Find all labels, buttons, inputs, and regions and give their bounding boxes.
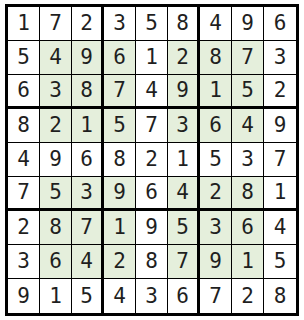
cell-r5c6[interactable]: 1 (168, 143, 200, 177)
cell-r9c6[interactable]: 6 (168, 279, 200, 313)
cell-r7c9[interactable]: 4 (264, 211, 296, 245)
cell-r5c7[interactable]: 5 (200, 143, 232, 177)
cell-r2c3[interactable]: 9 (72, 41, 104, 75)
cell-r4c4[interactable]: 5 (104, 109, 136, 143)
cell-r2c5[interactable]: 1 (136, 41, 168, 75)
cell-r3c1[interactable]: 6 (8, 75, 40, 109)
cell-r8c2[interactable]: 6 (40, 245, 72, 279)
cell-r5c4[interactable]: 8 (104, 143, 136, 177)
cell-r9c3[interactable]: 5 (72, 279, 104, 313)
cell-r5c3[interactable]: 6 (72, 143, 104, 177)
cell-r8c3[interactable]: 4 (72, 245, 104, 279)
cell-r4c3[interactable]: 1 (72, 109, 104, 143)
cell-r9c2[interactable]: 1 (40, 279, 72, 313)
cell-r4c8[interactable]: 4 (232, 109, 264, 143)
cell-r7c6[interactable]: 5 (168, 211, 200, 245)
cell-r3c3[interactable]: 8 (72, 75, 104, 109)
cell-r7c2[interactable]: 8 (40, 211, 72, 245)
cell-r8c8[interactable]: 1 (232, 245, 264, 279)
cell-r1c3[interactable]: 2 (72, 7, 104, 41)
cell-r6c5[interactable]: 6 (136, 177, 168, 211)
cell-r2c8[interactable]: 7 (232, 41, 264, 75)
sudoku-board: 1723584965496128736387491528215736494968… (5, 4, 299, 316)
cell-r7c4[interactable]: 1 (104, 211, 136, 245)
cell-r4c7[interactable]: 6 (200, 109, 232, 143)
cell-r3c5[interactable]: 4 (136, 75, 168, 109)
page: 1723584965496128736387491528215736494968… (0, 0, 304, 320)
cell-r2c9[interactable]: 3 (264, 41, 296, 75)
cell-r3c8[interactable]: 5 (232, 75, 264, 109)
cell-r8c5[interactable]: 8 (136, 245, 168, 279)
cell-r2c7[interactable]: 8 (200, 41, 232, 75)
cell-r6c9[interactable]: 1 (264, 177, 296, 211)
cell-r4c6[interactable]: 3 (168, 109, 200, 143)
cell-r9c1[interactable]: 9 (8, 279, 40, 313)
cell-r6c7[interactable]: 2 (200, 177, 232, 211)
cell-r6c2[interactable]: 5 (40, 177, 72, 211)
cell-r3c6[interactable]: 9 (168, 75, 200, 109)
cell-r9c8[interactable]: 2 (232, 279, 264, 313)
cell-r1c2[interactable]: 7 (40, 7, 72, 41)
cell-r7c7[interactable]: 3 (200, 211, 232, 245)
cell-r4c2[interactable]: 2 (40, 109, 72, 143)
cell-r5c2[interactable]: 9 (40, 143, 72, 177)
cell-r5c1[interactable]: 4 (8, 143, 40, 177)
cell-r1c6[interactable]: 8 (168, 7, 200, 41)
cell-r1c7[interactable]: 4 (200, 7, 232, 41)
cell-r8c1[interactable]: 3 (8, 245, 40, 279)
cell-r7c8[interactable]: 6 (232, 211, 264, 245)
cell-r6c6[interactable]: 4 (168, 177, 200, 211)
cell-r5c8[interactable]: 3 (232, 143, 264, 177)
cell-r3c9[interactable]: 2 (264, 75, 296, 109)
cell-r2c1[interactable]: 5 (8, 41, 40, 75)
cell-r1c4[interactable]: 3 (104, 7, 136, 41)
cell-r1c5[interactable]: 5 (136, 7, 168, 41)
cell-r6c8[interactable]: 8 (232, 177, 264, 211)
cell-r4c9[interactable]: 9 (264, 109, 296, 143)
cell-r9c9[interactable]: 8 (264, 279, 296, 313)
cell-r5c9[interactable]: 7 (264, 143, 296, 177)
cell-r8c9[interactable]: 5 (264, 245, 296, 279)
cell-r2c6[interactable]: 2 (168, 41, 200, 75)
cell-r3c2[interactable]: 3 (40, 75, 72, 109)
cell-r8c6[interactable]: 7 (168, 245, 200, 279)
cell-r3c4[interactable]: 7 (104, 75, 136, 109)
cell-r9c5[interactable]: 3 (136, 279, 168, 313)
cell-r8c7[interactable]: 9 (200, 245, 232, 279)
cell-r6c3[interactable]: 3 (72, 177, 104, 211)
cell-r7c3[interactable]: 7 (72, 211, 104, 245)
cell-r3c7[interactable]: 1 (200, 75, 232, 109)
cell-r9c4[interactable]: 4 (104, 279, 136, 313)
cell-r6c4[interactable]: 9 (104, 177, 136, 211)
cell-r8c4[interactable]: 2 (104, 245, 136, 279)
cell-r1c9[interactable]: 6 (264, 7, 296, 41)
cell-r5c5[interactable]: 2 (136, 143, 168, 177)
cell-r7c5[interactable]: 9 (136, 211, 168, 245)
cell-r4c1[interactable]: 8 (8, 109, 40, 143)
cell-r2c4[interactable]: 6 (104, 41, 136, 75)
cell-r1c8[interactable]: 9 (232, 7, 264, 41)
cell-r7c1[interactable]: 2 (8, 211, 40, 245)
cell-r9c7[interactable]: 7 (200, 279, 232, 313)
cell-r4c5[interactable]: 7 (136, 109, 168, 143)
cell-r1c1[interactable]: 1 (8, 7, 40, 41)
cell-r6c1[interactable]: 7 (8, 177, 40, 211)
cell-r2c2[interactable]: 4 (40, 41, 72, 75)
